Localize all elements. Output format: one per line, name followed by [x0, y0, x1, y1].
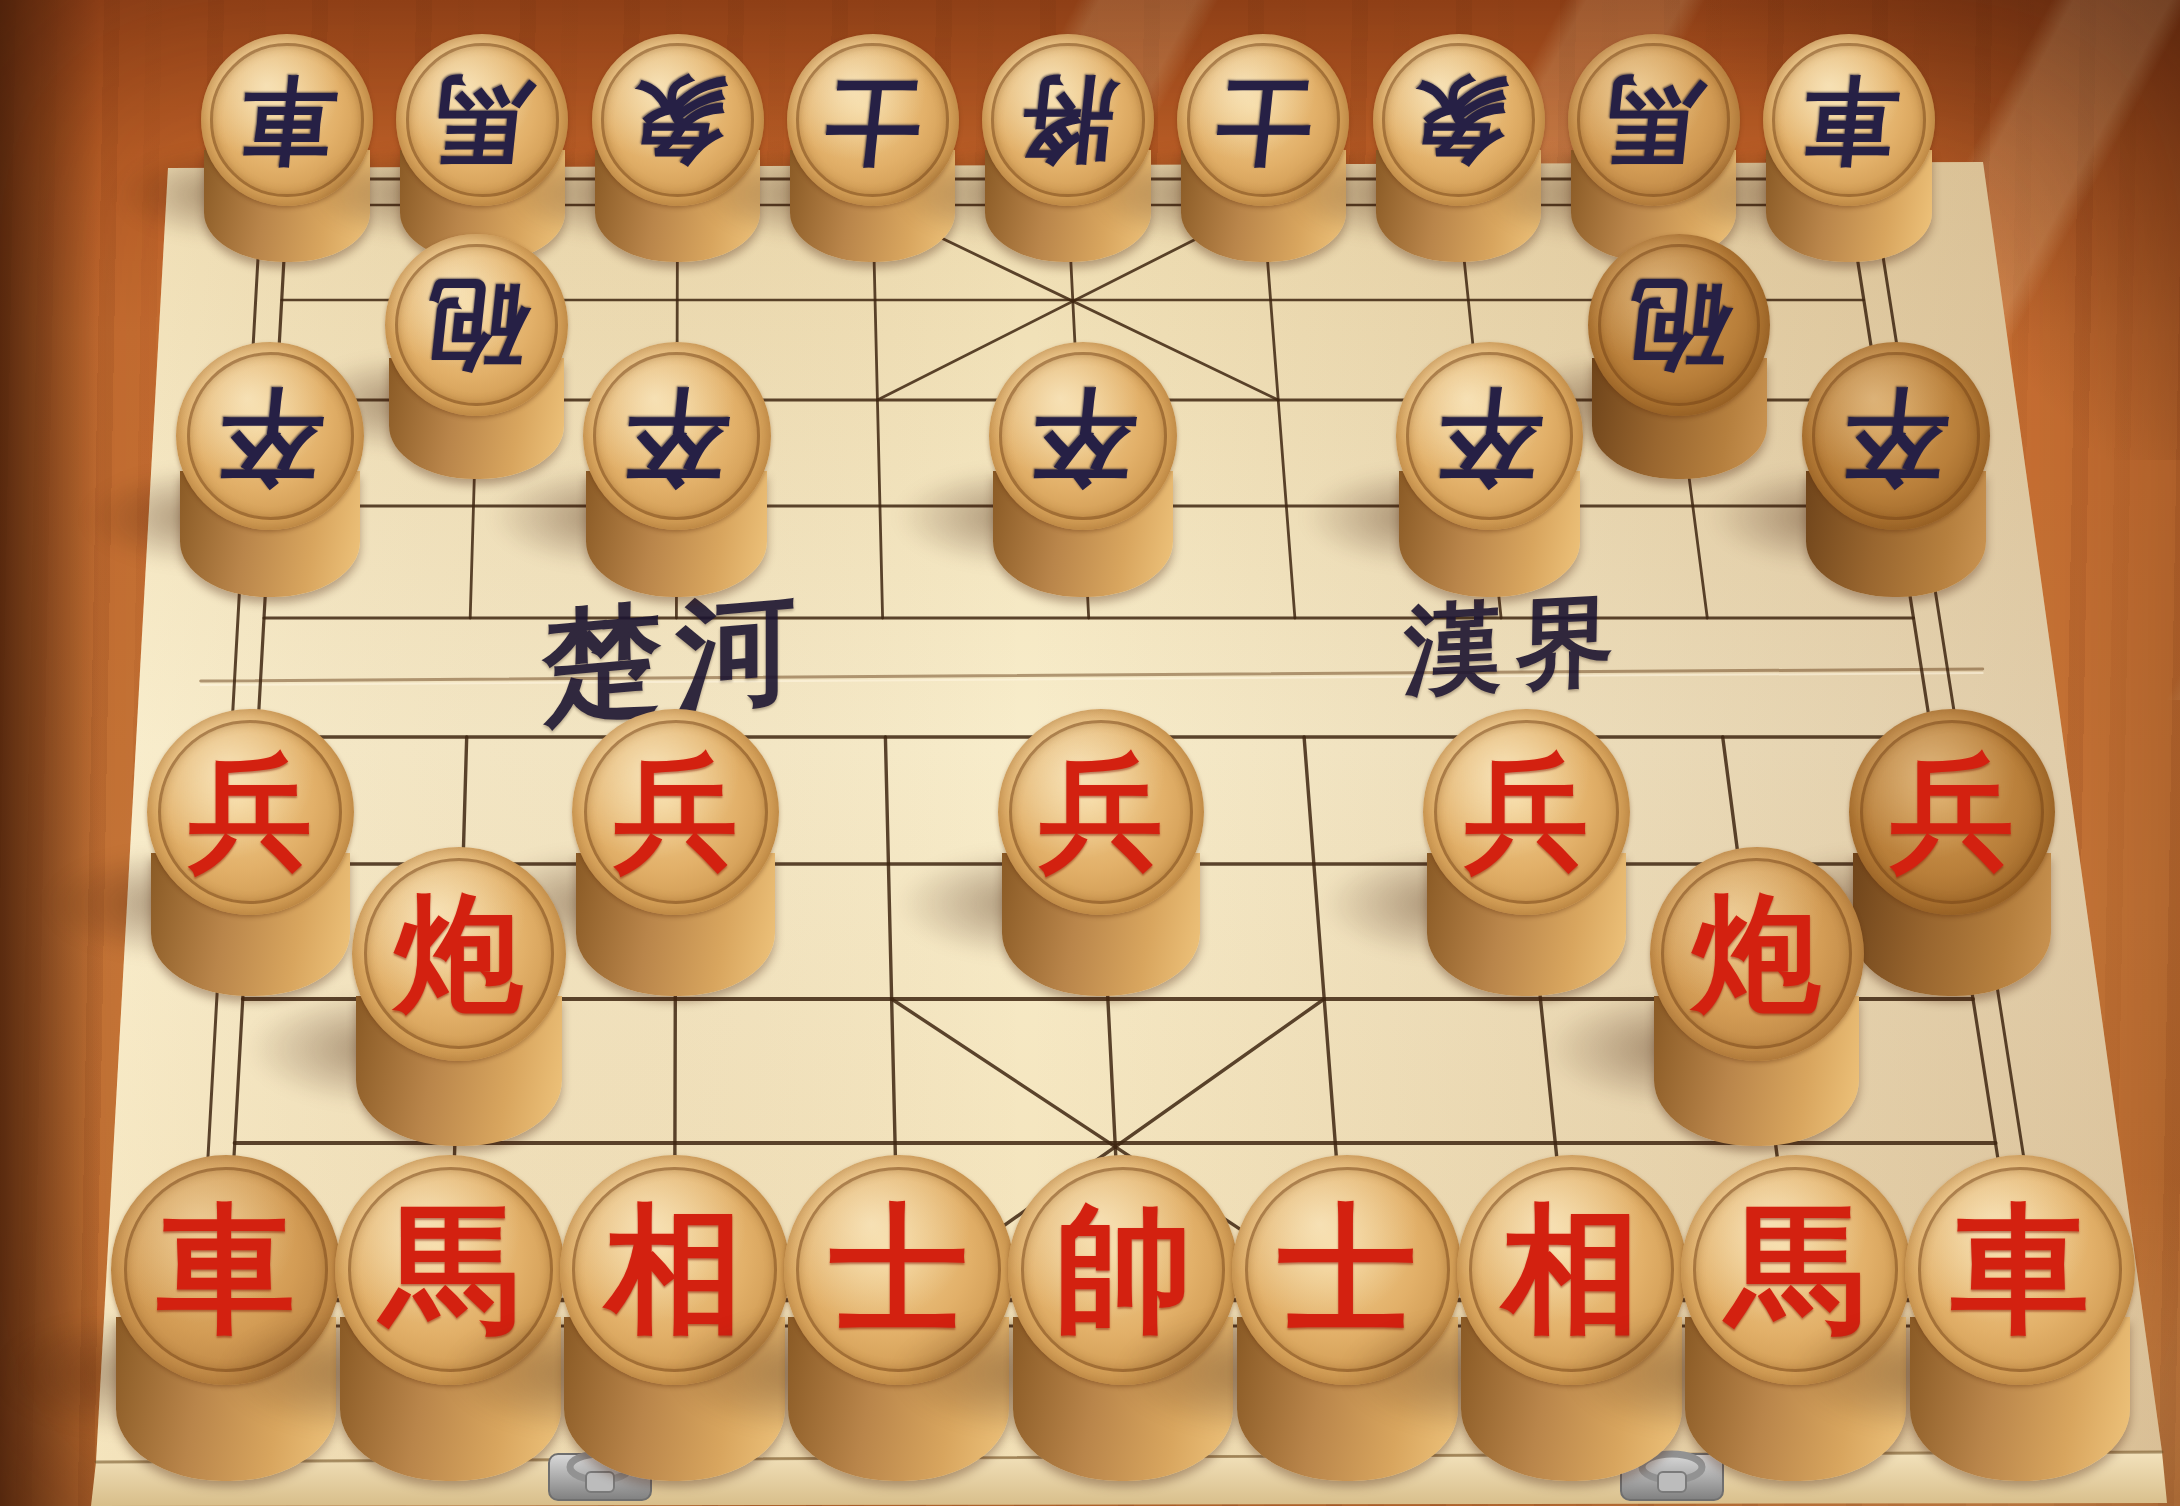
piece-red-chariot-i10[interactable]: 車 [1905, 1155, 2135, 1480]
piece-red-soldier-g7[interactable]: 兵 [1423, 709, 1630, 997]
piece-face: 車 [1905, 1155, 2135, 1385]
piece-red-cannon-h8[interactable]: 炮 [1650, 847, 1864, 1147]
piece-face: 兵 [998, 709, 1205, 916]
piece-character: 兵 [1039, 750, 1163, 874]
piece-red-soldier-e7[interactable]: 兵 [998, 709, 1205, 997]
piece-black-elephant-g1[interactable]: 象 [1373, 34, 1545, 266]
piece-face: 卒 [1802, 342, 1990, 530]
piece-character: 士 [1278, 1201, 1416, 1339]
piece-character: 馬 [1727, 1201, 1865, 1339]
piece-black-horse-h1[interactable]: 馬 [1568, 34, 1740, 266]
piece-character: 帥 [1054, 1201, 1192, 1339]
piece-character: 車 [1797, 73, 1902, 168]
piece-character: 士 [830, 1201, 968, 1339]
piece-red-soldier-a7[interactable]: 兵 [147, 709, 354, 997]
piece-face: 兵 [1423, 709, 1630, 916]
piece-character: 相 [1503, 1201, 1641, 1339]
piece-black-elephant-c1[interactable]: 象 [592, 34, 764, 266]
piece-face: 兵 [1849, 709, 2056, 916]
piece-face: 車 [1763, 34, 1935, 206]
piece-black-cannon-h3[interactable]: 砲 [1588, 234, 1770, 483]
piece-face: 炮 [1650, 847, 1864, 1061]
piece-character: 炮 [1693, 890, 1821, 1018]
piece-character: 馬 [381, 1201, 519, 1339]
piece-character: 卒 [620, 385, 734, 488]
piece-red-soldier-i7[interactable]: 兵 [1849, 709, 2056, 997]
piece-face: 兵 [147, 709, 354, 916]
piece-black-general-e1[interactable]: 將 [982, 34, 1154, 266]
piece-character: 士 [820, 73, 925, 168]
piece-character: 士 [1211, 73, 1316, 168]
piece-character: 兵 [1465, 750, 1589, 874]
piece-red-soldier-c7[interactable]: 兵 [572, 709, 779, 997]
piece-character: 兵 [614, 750, 738, 874]
piece-face: 兵 [572, 709, 779, 916]
piece-character: 車 [157, 1201, 295, 1339]
piece-black-chariot-a1[interactable]: 車 [201, 34, 373, 266]
xiangqi-photo-scene: 楚河 漢界 車馬象士將士象馬車砲砲卒卒卒卒卒兵兵兵兵兵炮炮車馬相士帥士相馬車 [0, 0, 2180, 1506]
piece-character: 車 [235, 73, 340, 168]
piece-character: 相 [606, 1201, 744, 1339]
piece-black-soldier-i4[interactable]: 卒 [1802, 342, 1990, 600]
piece-character: 卒 [1433, 385, 1547, 488]
piece-character: 卒 [213, 385, 327, 488]
piece-black-cannon-b3[interactable]: 砲 [385, 234, 567, 483]
piece-character: 馬 [430, 73, 535, 168]
piece-black-advisor-f1[interactable]: 士 [1177, 34, 1349, 266]
piece-character: 兵 [188, 750, 312, 874]
piece-character: 車 [1951, 1201, 2089, 1339]
piece-character: 卒 [1839, 385, 1953, 488]
piece-black-chariot-i1[interactable]: 車 [1763, 34, 1935, 266]
piece-face: 卒 [989, 342, 1177, 530]
piece-character: 炮 [395, 890, 523, 1018]
piece-character: 將 [1016, 73, 1121, 168]
piece-face: 卒 [176, 342, 364, 530]
piece-character: 砲 [1624, 275, 1735, 375]
piece-character: 象 [625, 73, 730, 168]
piece-character: 卒 [1026, 385, 1140, 488]
piece-face: 砲 [385, 234, 567, 416]
piece-character: 象 [1406, 73, 1511, 168]
piece-face: 炮 [352, 847, 566, 1061]
piece-face: 卒 [583, 342, 771, 530]
piece-character: 兵 [1890, 750, 2014, 874]
piece-black-advisor-d1[interactable]: 士 [787, 34, 959, 266]
piece-face: 砲 [1588, 234, 1770, 416]
piece-black-soldier-c4[interactable]: 卒 [583, 342, 771, 600]
piece-face: 卒 [1396, 342, 1584, 530]
piece-red-cannon-b8[interactable]: 炮 [352, 847, 566, 1147]
piece-black-soldier-e4[interactable]: 卒 [989, 342, 1177, 600]
piece-black-horse-b1[interactable]: 馬 [396, 34, 568, 266]
piece-character: 砲 [421, 275, 532, 375]
piece-black-soldier-a4[interactable]: 卒 [176, 342, 364, 600]
piece-character: 馬 [1601, 73, 1706, 168]
piece-black-soldier-g4[interactable]: 卒 [1396, 342, 1584, 600]
